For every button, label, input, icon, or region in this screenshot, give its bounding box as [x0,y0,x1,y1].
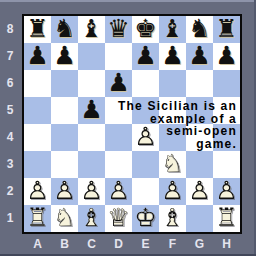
annotation-line-3: semi-open [118,125,237,138]
rank-label-6: 6 [0,70,20,97]
piece-white-pawn[interactable]: ♟♙ [213,178,240,205]
rank-label-2: 2 [0,178,20,205]
square-c1[interactable]: ♝♗ [78,205,105,232]
square-d6[interactable]: ♟ [105,70,132,97]
square-c6[interactable] [78,70,105,97]
square-b3[interactable] [51,151,78,178]
piece-black-king[interactable]: ♚ [132,16,159,43]
piece-white-pawn[interactable]: ♟♙ [24,178,51,205]
piece-black-pawn[interactable]: ♟ [24,43,51,70]
rank-label-8: 8 [0,16,20,43]
file-labels: ABCDEFGH [24,236,240,254]
square-f8[interactable]: ♝ [159,16,186,43]
square-f7[interactable]: ♟ [159,43,186,70]
piece-outline: ♙ [78,178,105,205]
square-b6[interactable] [51,70,78,97]
piece-white-rook[interactable]: ♜♖ [24,205,51,232]
piece-black-bishop[interactable]: ♝ [159,16,186,43]
rank-label-1: 1 [0,205,20,232]
square-h1[interactable]: ♜♖ [213,205,240,232]
piece-outline: ♙ [24,178,51,205]
file-label-d: D [105,236,132,254]
square-c7[interactable] [78,43,105,70]
piece-black-pawn[interactable]: ♟ [78,97,105,124]
square-f1[interactable]: ♝♗ [159,205,186,232]
square-h7[interactable]: ♟ [213,43,240,70]
square-e6[interactable] [132,70,159,97]
square-e8[interactable]: ♚ [132,16,159,43]
piece-black-knight[interactable]: ♞ [51,16,78,43]
square-g3[interactable] [186,151,213,178]
square-g7[interactable]: ♟ [186,43,213,70]
square-e2[interactable] [132,178,159,205]
piece-black-pawn[interactable]: ♟ [132,43,159,70]
window-right-shadow [254,0,256,256]
piece-black-pawn[interactable]: ♟ [213,43,240,70]
piece-white-knight[interactable]: ♞♘ [159,151,186,178]
square-c5[interactable]: ♟ [78,97,105,124]
piece-outline: ♘ [51,205,78,232]
square-g2[interactable]: ♟♙ [186,178,213,205]
piece-outline: ♙ [105,178,132,205]
piece-outline: ♖ [24,205,51,232]
piece-black-pawn[interactable]: ♟ [159,43,186,70]
annotation-text: The Sicilian is an example of a semi-ope… [118,100,237,150]
rank-labels: 87654321 [0,16,20,232]
rank-label-5: 5 [0,97,20,124]
square-e1[interactable]: ♚♔ [132,205,159,232]
square-d8[interactable]: ♛ [105,16,132,43]
square-d3[interactable] [105,151,132,178]
piece-outline: ♗ [78,205,105,232]
piece-outline: ♙ [159,178,186,205]
rank-label-4: 4 [0,124,20,151]
square-h3[interactable] [213,151,240,178]
square-h8[interactable]: ♜ [213,16,240,43]
rank-label-3: 3 [0,151,20,178]
square-g6[interactable] [186,70,213,97]
square-b2[interactable]: ♟♙ [51,178,78,205]
piece-black-pawn[interactable]: ♟ [186,43,213,70]
piece-outline: ♙ [186,178,213,205]
piece-outline: ♗ [159,205,186,232]
square-d7[interactable] [105,43,132,70]
square-b7[interactable]: ♟ [51,43,78,70]
square-f6[interactable] [159,70,186,97]
square-b5[interactable] [51,97,78,124]
file-label-f: F [159,236,186,254]
piece-white-knight[interactable]: ♞♘ [51,205,78,232]
square-h6[interactable] [213,70,240,97]
piece-white-pawn[interactable]: ♟♙ [78,178,105,205]
square-b4[interactable] [51,124,78,151]
annotation-line-1: The Sicilian is an [118,100,237,113]
piece-white-pawn[interactable]: ♟♙ [186,178,213,205]
piece-black-queen[interactable]: ♛ [105,16,132,43]
piece-white-queen[interactable]: ♛♕ [105,205,132,232]
square-a8[interactable]: ♜ [24,16,51,43]
square-a2[interactable]: ♟♙ [24,178,51,205]
rank-label-7: 7 [0,43,20,70]
piece-outline: ♙ [213,178,240,205]
square-d2[interactable]: ♟♙ [105,178,132,205]
square-b1[interactable]: ♞♘ [51,205,78,232]
square-a4[interactable] [24,124,51,151]
piece-outline: ♖ [213,205,240,232]
piece-black-pawn[interactable]: ♟ [51,43,78,70]
annotation-line-4: game. [118,138,237,151]
square-a3[interactable] [24,151,51,178]
square-f2[interactable]: ♟♙ [159,178,186,205]
file-label-g: G [186,236,213,254]
square-a1[interactable]: ♜♖ [24,205,51,232]
piece-white-bishop[interactable]: ♝♗ [78,205,105,232]
square-c2[interactable]: ♟♙ [78,178,105,205]
square-a5[interactable] [24,97,51,124]
square-c8[interactable]: ♝ [78,16,105,43]
piece-white-pawn[interactable]: ♟♙ [159,178,186,205]
chess-app-window: 87654321 ♜♞♝♛♚♝♞♜♟♟♟♟♟♟♟♟♟♙♞♘♟♙♟♙♟♙♟♙♟♙♟… [0,0,256,256]
piece-black-pawn[interactable]: ♟ [105,70,132,97]
square-a6[interactable] [24,70,51,97]
piece-white-king[interactable]: ♚♔ [132,205,159,232]
file-label-h: H [213,236,240,254]
piece-white-pawn[interactable]: ♟♙ [51,178,78,205]
piece-white-pawn[interactable]: ♟♙ [105,178,132,205]
piece-outline: ♙ [51,178,78,205]
square-f3[interactable]: ♞♘ [159,151,186,178]
piece-black-rook[interactable]: ♜ [24,16,51,43]
square-g1[interactable] [186,205,213,232]
square-b8[interactable]: ♞ [51,16,78,43]
file-label-c: C [78,236,105,254]
square-a7[interactable]: ♟ [24,43,51,70]
square-c3[interactable] [78,151,105,178]
square-g8[interactable]: ♞ [186,16,213,43]
square-h2[interactable]: ♟♙ [213,178,240,205]
square-e7[interactable]: ♟ [132,43,159,70]
square-e3[interactable] [132,151,159,178]
piece-black-knight[interactable]: ♞ [186,16,213,43]
piece-outline: ♕ [105,205,132,232]
square-c4[interactable] [78,124,105,151]
piece-outline: ♘ [159,151,186,178]
piece-black-bishop[interactable]: ♝ [78,16,105,43]
piece-outline: ♔ [132,205,159,232]
piece-black-rook[interactable]: ♜ [213,16,240,43]
window-top-highlight [0,0,256,2]
file-label-b: B [51,236,78,254]
square-d1[interactable]: ♛♕ [105,205,132,232]
piece-white-rook[interactable]: ♜♖ [213,205,240,232]
file-label-a: A [24,236,51,254]
file-label-e: E [132,236,159,254]
piece-white-bishop[interactable]: ♝♗ [159,205,186,232]
